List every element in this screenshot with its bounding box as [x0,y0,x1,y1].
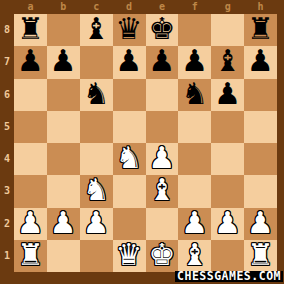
branding-watermark: CHESSGAMES.COM [175,271,283,282]
square-g8[interactable] [211,14,244,46]
square-a5[interactable] [14,111,47,143]
square-h1[interactable]: ♜ [244,240,277,272]
black-knight-f6[interactable]: ♞ [181,79,208,109]
square-c5[interactable] [80,111,113,143]
square-e1[interactable]: ♚ [146,240,179,272]
square-b3[interactable] [47,175,80,207]
square-c1[interactable] [80,240,113,272]
file-label-b: b [47,0,80,14]
file-label-e: e [146,0,179,14]
square-f4[interactable] [178,143,211,175]
file-label-h: h [244,0,277,14]
white-pawn-a2[interactable]: ♟ [17,208,44,238]
black-bishop-g7[interactable]: ♝ [214,46,241,76]
square-b1[interactable] [47,240,80,272]
black-pawn-d7[interactable]: ♟ [116,46,143,76]
square-h6[interactable] [244,79,277,111]
white-bishop-f1[interactable]: ♝ [181,240,208,270]
square-a7[interactable]: ♟ [14,46,47,78]
white-pawn-f2[interactable]: ♟ [181,208,208,238]
square-g6[interactable]: ♟ [211,79,244,111]
black-knight-c6[interactable]: ♞ [83,79,110,109]
square-c4[interactable] [80,143,113,175]
white-queen-d1[interactable]: ♛ [116,240,143,270]
square-f8[interactable] [178,14,211,46]
square-h8[interactable]: ♜ [244,14,277,46]
black-pawn-a7[interactable]: ♟ [17,46,44,76]
black-king-e8[interactable]: ♚ [148,14,175,44]
square-d2[interactable] [113,208,146,240]
black-pawn-b7[interactable]: ♟ [50,46,77,76]
rank-label-5: 5 [0,111,14,143]
black-pawn-e7[interactable]: ♟ [148,46,175,76]
black-rook-a8[interactable]: ♜ [17,14,44,44]
file-label-g: g [211,0,244,14]
rank-label-3: 3 [0,175,14,207]
white-bishop-e3[interactable]: ♝ [148,175,175,205]
black-queen-d8[interactable]: ♛ [116,14,143,44]
square-e8[interactable]: ♚ [146,14,179,46]
chess-board-frame: abcdefgh 87654321 ♜♝♛♚♜♟♟♟♟♟♝♟♞♞♟♞♟♞♝♟♟♟… [0,0,284,284]
chess-board: ♜♝♛♚♜♟♟♟♟♟♝♟♞♞♟♞♟♞♝♟♟♟♟♟♟♜♛♚♝♜ [14,14,277,272]
file-labels: abcdefgh [14,0,277,14]
white-pawn-e4[interactable]: ♟ [148,143,175,173]
square-e3[interactable]: ♝ [146,175,179,207]
white-knight-d4[interactable]: ♞ [116,143,143,173]
square-a3[interactable] [14,175,47,207]
square-h5[interactable] [244,111,277,143]
square-g7[interactable]: ♝ [211,46,244,78]
square-h7[interactable]: ♟ [244,46,277,78]
white-pawn-b2[interactable]: ♟ [50,208,77,238]
square-b7[interactable]: ♟ [47,46,80,78]
square-d4[interactable]: ♞ [113,143,146,175]
square-d3[interactable] [113,175,146,207]
square-h2[interactable]: ♟ [244,208,277,240]
square-e5[interactable] [146,111,179,143]
square-d7[interactable]: ♟ [113,46,146,78]
rank-label-6: 6 [0,79,14,111]
square-e2[interactable] [146,208,179,240]
rank-label-8: 8 [0,14,14,46]
square-f3[interactable] [178,175,211,207]
square-g5[interactable] [211,111,244,143]
rank-label-4: 4 [0,143,14,175]
square-d1[interactable]: ♛ [113,240,146,272]
rank-label-2: 2 [0,208,14,240]
black-bishop-c8[interactable]: ♝ [83,14,110,44]
square-f2[interactable]: ♟ [178,208,211,240]
file-label-a: a [14,0,47,14]
square-a4[interactable] [14,143,47,175]
square-h4[interactable] [244,143,277,175]
white-pawn-c2[interactable]: ♟ [83,208,110,238]
square-a2[interactable]: ♟ [14,208,47,240]
square-g2[interactable]: ♟ [211,208,244,240]
square-a1[interactable]: ♜ [14,240,47,272]
square-b2[interactable]: ♟ [47,208,80,240]
square-a8[interactable]: ♜ [14,14,47,46]
square-c6[interactable]: ♞ [80,79,113,111]
white-pawn-g2[interactable]: ♟ [214,208,241,238]
square-g4[interactable] [211,143,244,175]
white-rook-a1[interactable]: ♜ [17,240,44,270]
square-g3[interactable] [211,175,244,207]
file-label-f: f [178,0,211,14]
square-b5[interactable] [47,111,80,143]
square-c2[interactable]: ♟ [80,208,113,240]
square-e4[interactable]: ♟ [146,143,179,175]
black-pawn-h7[interactable]: ♟ [247,46,274,76]
file-label-d: d [113,0,146,14]
square-b6[interactable] [47,79,80,111]
square-a6[interactable] [14,79,47,111]
square-g1[interactable] [211,240,244,272]
square-h3[interactable] [244,175,277,207]
square-d6[interactable] [113,79,146,111]
square-e6[interactable] [146,79,179,111]
square-d8[interactable]: ♛ [113,14,146,46]
white-knight-c3[interactable]: ♞ [83,175,110,205]
white-pawn-h2[interactable]: ♟ [247,208,274,238]
square-b4[interactable] [47,143,80,175]
square-f1[interactable]: ♝ [178,240,211,272]
square-c8[interactable]: ♝ [80,14,113,46]
file-label-c: c [80,0,113,14]
square-f5[interactable] [178,111,211,143]
white-rook-h1[interactable]: ♜ [247,240,274,270]
square-c3[interactable]: ♞ [80,175,113,207]
square-b8[interactable] [47,14,80,46]
black-rook-h8[interactable]: ♜ [247,14,274,44]
rank-label-1: 1 [0,240,14,272]
square-f7[interactable]: ♟ [178,46,211,78]
rank-label-7: 7 [0,46,14,78]
black-pawn-f7[interactable]: ♟ [181,46,208,76]
rank-labels: 87654321 [0,14,14,272]
square-c7[interactable] [80,46,113,78]
square-f6[interactable]: ♞ [178,79,211,111]
square-d5[interactable] [113,111,146,143]
white-king-e1[interactable]: ♚ [148,240,175,270]
black-pawn-g6[interactable]: ♟ [214,79,241,109]
square-e7[interactable]: ♟ [146,46,179,78]
